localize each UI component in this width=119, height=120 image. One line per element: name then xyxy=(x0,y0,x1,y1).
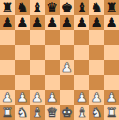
square-g8[interactable]: ♞ xyxy=(89,0,104,15)
square-c5[interactable] xyxy=(30,45,45,60)
square-h3[interactable] xyxy=(104,75,119,90)
square-h1[interactable]: ♜ xyxy=(104,105,119,120)
square-e8[interactable]: ♚ xyxy=(60,0,75,15)
square-c1[interactable]: ♝ xyxy=(30,105,45,120)
square-f8[interactable]: ♝ xyxy=(74,0,89,15)
square-b2[interactable]: ♟ xyxy=(15,90,30,105)
square-a5[interactable] xyxy=(0,45,15,60)
square-f3[interactable] xyxy=(74,75,89,90)
piece-black-bishop[interactable]: ♝ xyxy=(76,0,88,15)
piece-white-pawn[interactable]: ♟ xyxy=(106,90,118,105)
square-g7[interactable]: ♟ xyxy=(89,15,104,30)
square-f6[interactable] xyxy=(74,30,89,45)
piece-black-pawn[interactable]: ♟ xyxy=(91,15,103,30)
square-f4[interactable] xyxy=(74,60,89,75)
chess-board: ♜♞♝♛♚♝♞♜♟♟♟♟♟♟♟♟♟♟♟♟♟♟♟♟♜♞♝♛♚♝♞♜ xyxy=(0,0,119,120)
piece-white-pawn[interactable]: ♟ xyxy=(61,60,73,75)
square-a4[interactable] xyxy=(0,60,15,75)
square-d3[interactable] xyxy=(45,75,60,90)
square-h6[interactable] xyxy=(104,30,119,45)
square-b6[interactable] xyxy=(15,30,30,45)
piece-black-pawn[interactable]: ♟ xyxy=(2,15,14,30)
piece-white-king[interactable]: ♚ xyxy=(61,105,73,120)
piece-white-knight[interactable]: ♞ xyxy=(16,105,28,120)
square-a1[interactable]: ♜ xyxy=(0,105,15,120)
square-a8[interactable]: ♜ xyxy=(0,0,15,15)
square-e1[interactable]: ♚ xyxy=(60,105,75,120)
piece-black-pawn[interactable]: ♟ xyxy=(61,15,73,30)
square-f1[interactable]: ♝ xyxy=(74,105,89,120)
square-c8[interactable]: ♝ xyxy=(30,0,45,15)
square-e7[interactable]: ♟ xyxy=(60,15,75,30)
square-h7[interactable]: ♟ xyxy=(104,15,119,30)
piece-white-pawn[interactable]: ♟ xyxy=(2,90,14,105)
piece-black-rook[interactable]: ♜ xyxy=(2,0,14,15)
piece-white-pawn[interactable]: ♟ xyxy=(16,90,28,105)
square-b1[interactable]: ♞ xyxy=(15,105,30,120)
square-c4[interactable] xyxy=(30,60,45,75)
square-g3[interactable] xyxy=(89,75,104,90)
piece-black-knight[interactable]: ♞ xyxy=(16,0,28,15)
square-e5[interactable] xyxy=(60,45,75,60)
square-g6[interactable] xyxy=(89,30,104,45)
square-b8[interactable]: ♞ xyxy=(15,0,30,15)
square-e2[interactable] xyxy=(60,90,75,105)
square-h8[interactable]: ♜ xyxy=(104,0,119,15)
square-c6[interactable] xyxy=(30,30,45,45)
square-a3[interactable] xyxy=(0,75,15,90)
square-f2[interactable]: ♟ xyxy=(74,90,89,105)
square-g4[interactable] xyxy=(89,60,104,75)
square-b7[interactable]: ♟ xyxy=(15,15,30,30)
piece-white-rook[interactable]: ♜ xyxy=(2,105,14,120)
square-e3[interactable] xyxy=(60,75,75,90)
piece-white-queen[interactable]: ♛ xyxy=(46,105,58,120)
square-b5[interactable] xyxy=(15,45,30,60)
square-c3[interactable] xyxy=(30,75,45,90)
piece-black-pawn[interactable]: ♟ xyxy=(31,15,43,30)
piece-black-pawn[interactable]: ♟ xyxy=(46,15,58,30)
piece-black-rook[interactable]: ♜ xyxy=(106,0,118,15)
square-a6[interactable] xyxy=(0,30,15,45)
square-h5[interactable] xyxy=(104,45,119,60)
square-d8[interactable]: ♛ xyxy=(45,0,60,15)
piece-white-rook[interactable]: ♜ xyxy=(106,105,118,120)
square-a7[interactable]: ♟ xyxy=(0,15,15,30)
piece-black-pawn[interactable]: ♟ xyxy=(76,15,88,30)
square-d1[interactable]: ♛ xyxy=(45,105,60,120)
square-f7[interactable]: ♟ xyxy=(74,15,89,30)
square-b3[interactable] xyxy=(15,75,30,90)
square-b4[interactable] xyxy=(15,60,30,75)
square-c7[interactable]: ♟ xyxy=(30,15,45,30)
square-d5[interactable] xyxy=(45,45,60,60)
piece-white-pawn[interactable]: ♟ xyxy=(76,90,88,105)
square-g2[interactable]: ♟ xyxy=(89,90,104,105)
piece-white-bishop[interactable]: ♝ xyxy=(76,105,88,120)
piece-white-pawn[interactable]: ♟ xyxy=(91,90,103,105)
piece-black-bishop[interactable]: ♝ xyxy=(31,0,43,15)
square-a2[interactable]: ♟ xyxy=(0,90,15,105)
square-c2[interactable]: ♟ xyxy=(30,90,45,105)
square-g1[interactable]: ♞ xyxy=(89,105,104,120)
square-d7[interactable]: ♟ xyxy=(45,15,60,30)
piece-black-queen[interactable]: ♛ xyxy=(46,0,58,15)
piece-black-pawn[interactable]: ♟ xyxy=(106,15,118,30)
square-f5[interactable] xyxy=(74,45,89,60)
square-e6[interactable] xyxy=(60,30,75,45)
square-d6[interactable] xyxy=(45,30,60,45)
piece-black-pawn[interactable]: ♟ xyxy=(16,15,28,30)
piece-black-knight[interactable]: ♞ xyxy=(91,0,103,15)
piece-white-pawn[interactable]: ♟ xyxy=(46,90,58,105)
square-g5[interactable] xyxy=(89,45,104,60)
square-h2[interactable]: ♟ xyxy=(104,90,119,105)
square-d4[interactable] xyxy=(45,60,60,75)
piece-white-knight[interactable]: ♞ xyxy=(91,105,103,120)
piece-white-pawn[interactable]: ♟ xyxy=(31,90,43,105)
piece-white-bishop[interactable]: ♝ xyxy=(31,105,43,120)
square-h4[interactable] xyxy=(104,60,119,75)
square-e4[interactable]: ♟ xyxy=(60,60,75,75)
square-d2[interactable]: ♟ xyxy=(45,90,60,105)
piece-black-king[interactable]: ♚ xyxy=(61,0,73,15)
